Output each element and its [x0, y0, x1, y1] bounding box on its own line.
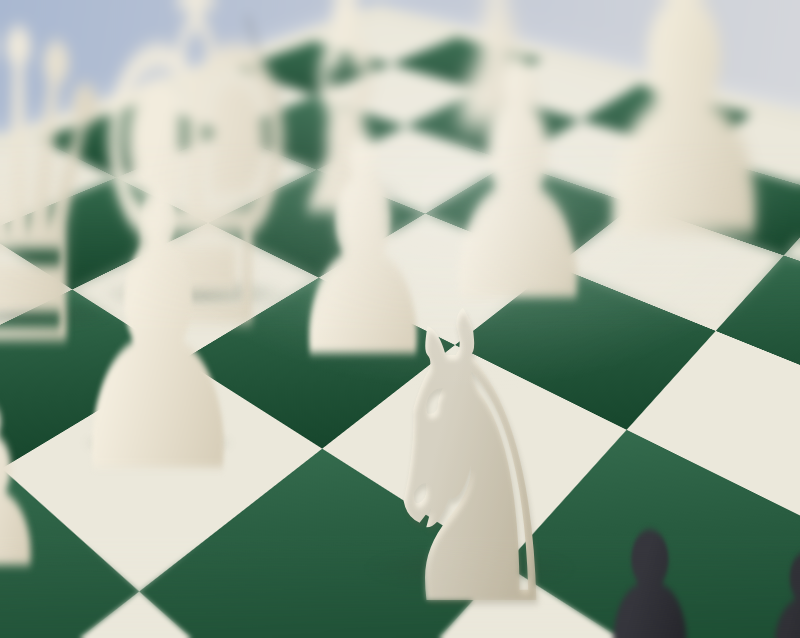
board-surface — [0, 0, 800, 414]
board-scene — [0, 0, 800, 638]
chess-set-photo: ♟♝♟♚♛♟♟♟♟♞♟♟ — [0, 0, 800, 638]
chess-board — [0, 0, 800, 408]
